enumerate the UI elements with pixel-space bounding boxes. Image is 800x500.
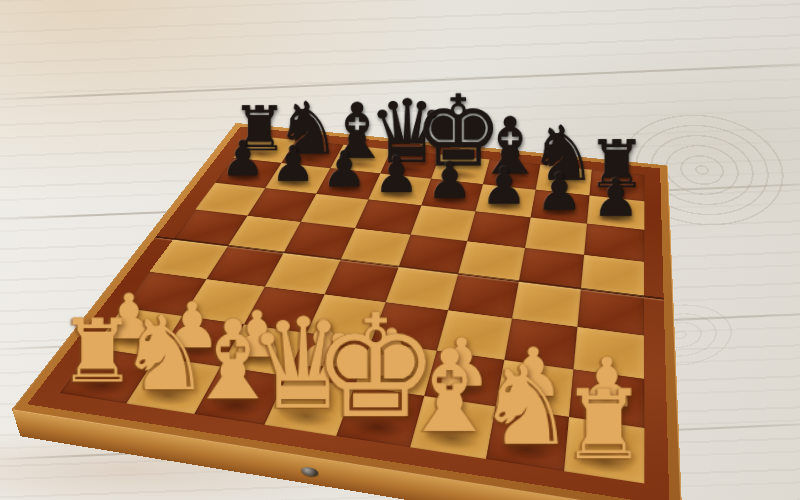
piece-glyph: ♟	[374, 152, 419, 198]
piece-glyph: ♟	[271, 142, 315, 187]
piece-glyph: ♟	[481, 163, 527, 210]
square-h5	[581, 255, 644, 297]
square-e7: ♟	[421, 179, 483, 212]
piece-glyph: ♟	[592, 174, 639, 222]
piece-glyph: ♟	[427, 157, 473, 204]
piece-glyph: ♜	[561, 380, 648, 469]
square-g1: ♞	[486, 406, 569, 471]
square-f6	[467, 211, 530, 247]
piece-glyph: ♟	[221, 137, 265, 182]
square-h1: ♜	[564, 417, 644, 483]
square-c5	[284, 222, 355, 260]
square-f5	[458, 241, 525, 281]
piece-glyph: ♟	[536, 169, 582, 217]
photo-scene: ♜♞♝♛♚♝♞♜♟♟♟♟♟♟♟♟♟♟♟♟♟♟♟♟♜♞♝♛♚♝♞♜	[0, 0, 800, 500]
square-g6	[525, 217, 587, 254]
square-h7: ♟	[587, 196, 644, 231]
clasp-screw	[300, 465, 318, 477]
square-e5	[399, 235, 467, 274]
square-g4	[512, 281, 581, 327]
chess-board: ♜♞♝♛♚♝♞♜♟♟♟♟♟♟♟♟♟♟♟♟♟♟♟♟♜♞♝♛♚♝♞♜	[11, 123, 682, 500]
piece-glyph: ♟	[322, 147, 367, 193]
square-f7: ♟	[475, 184, 535, 217]
square-h4	[577, 289, 644, 336]
